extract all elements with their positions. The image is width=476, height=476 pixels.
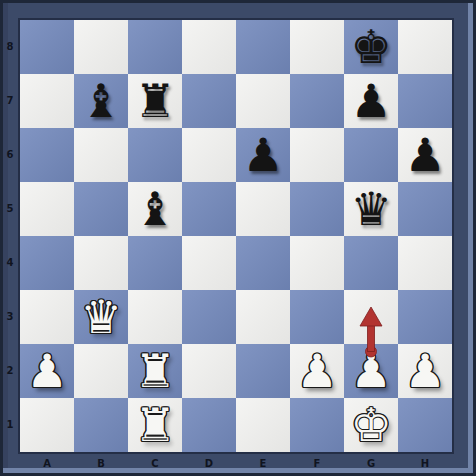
square-b6[interactable] [74,128,128,182]
square-c1[interactable]: ♜ [128,398,182,452]
square-b4[interactable] [74,236,128,290]
square-h4[interactable] [398,236,452,290]
square-h3[interactable] [398,290,452,344]
square-a5[interactable] [20,182,74,236]
file-label-A: A [20,455,74,473]
square-f1[interactable] [290,398,344,452]
rank-label-2: 2 [0,344,20,398]
file-label-F: F [290,455,344,473]
square-c7[interactable]: ♜ [128,74,182,128]
square-c8[interactable] [128,20,182,74]
piece-black-pawn-g7[interactable]: ♟ [350,74,391,128]
square-h1[interactable] [398,398,452,452]
square-h6[interactable]: ♟ [398,128,452,182]
square-g5[interactable]: ♛ [344,182,398,236]
rank-label-3: 3 [0,290,20,344]
square-h7[interactable] [398,74,452,128]
piece-black-rook-c7[interactable]: ♜ [134,74,175,128]
rank-label-1: 1 [0,398,20,452]
square-b5[interactable] [74,182,128,236]
file-label-B: B [74,455,128,473]
square-a3[interactable] [20,290,74,344]
square-h2[interactable]: ♟ [398,344,452,398]
chess-board: ♚♝♜♟♟♟♝♛♛♟♜♟♟♟♜♚ [20,20,452,452]
piece-white-rook-c1[interactable]: ♜ [134,398,175,452]
square-f8[interactable] [290,20,344,74]
rank-label-4: 4 [0,236,20,290]
piece-white-king-g1[interactable]: ♚ [350,398,391,452]
square-g2[interactable]: ♟ [344,344,398,398]
rank-label-5: 5 [0,182,20,236]
square-d4[interactable] [182,236,236,290]
square-d5[interactable] [182,182,236,236]
square-g6[interactable] [344,128,398,182]
square-g7[interactable]: ♟ [344,74,398,128]
piece-white-pawn-f2[interactable]: ♟ [296,344,337,398]
square-c6[interactable] [128,128,182,182]
square-h8[interactable] [398,20,452,74]
square-d2[interactable] [182,344,236,398]
square-h5[interactable] [398,182,452,236]
square-e6[interactable]: ♟ [236,128,290,182]
square-d3[interactable] [182,290,236,344]
piece-white-pawn-h2[interactable]: ♟ [404,344,445,398]
file-label-C: C [128,455,182,473]
piece-black-pawn-h6[interactable]: ♟ [404,128,445,182]
piece-black-king-g8[interactable]: ♚ [350,20,391,74]
square-e5[interactable] [236,182,290,236]
square-e2[interactable] [236,344,290,398]
square-a7[interactable] [20,74,74,128]
square-e8[interactable] [236,20,290,74]
piece-black-queen-g5[interactable]: ♛ [350,182,391,236]
square-g4[interactable] [344,236,398,290]
file-label-H: H [398,455,452,473]
piece-white-pawn-g2[interactable]: ♟ [350,344,391,398]
square-g3[interactable] [344,290,398,344]
piece-white-pawn-a2[interactable]: ♟ [26,344,67,398]
piece-black-bishop-b7[interactable]: ♝ [80,74,121,128]
square-d7[interactable] [182,74,236,128]
piece-white-queen-b3[interactable]: ♛ [80,290,121,344]
square-g1[interactable]: ♚ [344,398,398,452]
square-b7[interactable]: ♝ [74,74,128,128]
square-a8[interactable] [20,20,74,74]
file-labels: ABCDEFGH [20,452,452,476]
square-e3[interactable] [236,290,290,344]
file-label-D: D [182,455,236,473]
square-d1[interactable] [182,398,236,452]
rank-label-6: 6 [0,128,20,182]
square-f6[interactable] [290,128,344,182]
square-a2[interactable]: ♟ [20,344,74,398]
piece-black-bishop-c5[interactable]: ♝ [134,182,175,236]
square-f4[interactable] [290,236,344,290]
square-e1[interactable] [236,398,290,452]
square-b3[interactable]: ♛ [74,290,128,344]
square-c2[interactable]: ♜ [128,344,182,398]
rank-label-8: 8 [0,20,20,74]
square-g8[interactable]: ♚ [344,20,398,74]
square-f2[interactable]: ♟ [290,344,344,398]
square-b2[interactable] [74,344,128,398]
file-label-G: G [344,455,398,473]
square-b8[interactable] [74,20,128,74]
square-a4[interactable] [20,236,74,290]
file-label-E: E [236,455,290,473]
square-b1[interactable] [74,398,128,452]
rank-labels: 87654321 [0,20,20,452]
square-e7[interactable] [236,74,290,128]
square-d8[interactable] [182,20,236,74]
square-f7[interactable] [290,74,344,128]
square-f5[interactable] [290,182,344,236]
square-f3[interactable] [290,290,344,344]
rank-label-7: 7 [0,74,20,128]
piece-black-pawn-e6[interactable]: ♟ [242,128,283,182]
square-e4[interactable] [236,236,290,290]
square-c5[interactable]: ♝ [128,182,182,236]
piece-white-rook-c2[interactable]: ♜ [134,344,175,398]
square-d6[interactable] [182,128,236,182]
square-a1[interactable] [20,398,74,452]
square-c4[interactable] [128,236,182,290]
square-a6[interactable] [20,128,74,182]
square-c3[interactable] [128,290,182,344]
